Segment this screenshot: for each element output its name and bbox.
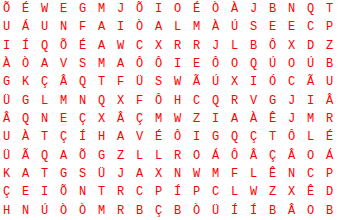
grid-cell-r7c17[interactable]: M bbox=[301, 110, 320, 128]
grid-cell-r1c9[interactable]: I bbox=[149, 0, 168, 18]
grid-cell-r11c6[interactable]: T bbox=[92, 183, 111, 201]
grid-cell-r1c8[interactable]: Õ bbox=[130, 0, 149, 18]
grid-cell-r10c14[interactable]: L bbox=[244, 165, 263, 183]
grid-cell-r5c3[interactable]: Ç bbox=[35, 73, 54, 91]
grid-cell-r2c2[interactable]: Á bbox=[16, 18, 35, 36]
grid-cell-r6c9[interactable]: Ô bbox=[149, 92, 168, 110]
grid-cell-r7c4[interactable]: E bbox=[54, 110, 73, 128]
grid-cell-r7c6[interactable]: X bbox=[92, 110, 111, 128]
grid-cell-r4c3[interactable]: A bbox=[35, 55, 54, 73]
grid-cell-r12c14[interactable]: Í bbox=[244, 202, 263, 220]
grid-cell-r2c7[interactable]: I bbox=[111, 18, 130, 36]
grid-cell-r6c4[interactable]: M bbox=[54, 92, 73, 110]
grid-cell-r11c18[interactable]: D bbox=[320, 183, 339, 201]
grid-cell-r10c7[interactable]: J bbox=[111, 165, 130, 183]
grid-cell-r3c3[interactable]: Q bbox=[35, 37, 54, 55]
grid-cell-r10c12[interactable]: M bbox=[206, 165, 225, 183]
grid-cell-r5c1[interactable]: G bbox=[0, 73, 16, 91]
grid-cell-r4c17[interactable]: Ú bbox=[301, 55, 320, 73]
grid-cell-r5c12[interactable]: Ú bbox=[206, 73, 225, 91]
grid-cell-r4c13[interactable]: O bbox=[225, 55, 244, 73]
grid-cell-r12c10[interactable]: B bbox=[168, 202, 187, 220]
grid-cell-r1c3[interactable]: W bbox=[35, 0, 54, 18]
grid-cell-r3c2[interactable]: Í bbox=[16, 37, 35, 55]
grid-cell-r10c4[interactable]: G bbox=[54, 165, 73, 183]
grid-cell-r1c6[interactable]: M bbox=[92, 0, 111, 18]
grid-cell-r8c7[interactable]: A bbox=[111, 128, 130, 146]
grid-cell-r2c13[interactable]: Ú bbox=[225, 18, 244, 36]
grid-cell-r1c12[interactable]: Ò bbox=[206, 0, 225, 18]
grid-cell-r9c8[interactable]: L bbox=[130, 147, 149, 165]
grid-cell-r3c17[interactable]: D bbox=[301, 37, 320, 55]
grid-cell-r1c5[interactable]: G bbox=[73, 0, 92, 18]
word-search-grid: ÕÉWEGMJÕIOÉÒÀJBNQTUÁUNFAIÒALMÀÚSEECPIÍQÕ… bbox=[0, 0, 339, 220]
grid-cell-r1c1[interactable]: Õ bbox=[0, 0, 16, 18]
grid-cell-r12c12[interactable]: Ü bbox=[206, 202, 225, 220]
grid-cell-r4c4[interactable]: V bbox=[54, 55, 73, 73]
grid-cell-r9c15[interactable]: Ç bbox=[263, 147, 282, 165]
grid-cell-r2c18[interactable]: P bbox=[320, 18, 339, 36]
grid-cell-r3c4[interactable]: Õ bbox=[54, 37, 73, 55]
grid-cell-r5c17[interactable]: Ã bbox=[301, 73, 320, 91]
grid-cell-r5c13[interactable]: X bbox=[225, 73, 244, 91]
grid-cell-r3c5[interactable]: É bbox=[73, 37, 92, 55]
grid-cell-r4c12[interactable]: Ô bbox=[206, 55, 225, 73]
grid-cell-r6c1[interactable]: Ü bbox=[0, 92, 16, 110]
grid-cell-r3c7[interactable]: W bbox=[111, 37, 130, 55]
grid-cell-r8c12[interactable]: G bbox=[206, 128, 225, 146]
grid-cell-r5c6[interactable]: T bbox=[92, 73, 111, 91]
grid-cell-r1c16[interactable]: N bbox=[282, 0, 301, 18]
grid-cell-r11c12[interactable]: C bbox=[206, 183, 225, 201]
grid-cell-r4c11[interactable]: E bbox=[187, 55, 206, 73]
grid-cell-r2c1[interactable]: U bbox=[0, 18, 16, 36]
grid-cell-r7c7[interactable]: Â bbox=[111, 110, 130, 128]
grid-cell-r2c6[interactable]: A bbox=[92, 18, 111, 36]
grid-cell-r7c8[interactable]: Ç bbox=[130, 110, 149, 128]
grid-cell-r7c9[interactable]: M bbox=[149, 110, 168, 128]
grid-cell-r10c15[interactable]: Ê bbox=[263, 165, 282, 183]
grid-cell-r6c3[interactable]: L bbox=[35, 92, 54, 110]
grid-cell-r2c11[interactable]: M bbox=[187, 18, 206, 36]
grid-cell-r9c3[interactable]: Q bbox=[35, 147, 54, 165]
grid-cell-r6c18[interactable]: Â bbox=[320, 92, 339, 110]
grid-cell-r8c3[interactable]: T bbox=[35, 128, 54, 146]
grid-cell-r7c16[interactable]: J bbox=[282, 110, 301, 128]
grid-cell-r2c4[interactable]: N bbox=[54, 18, 73, 36]
grid-cell-r10c3[interactable]: T bbox=[35, 165, 54, 183]
grid-cell-r7c12[interactable]: I bbox=[206, 110, 225, 128]
grid-cell-r12c6[interactable]: M bbox=[92, 202, 111, 220]
grid-cell-r4c2[interactable]: Ò bbox=[16, 55, 35, 73]
grid-cell-r7c18[interactable]: R bbox=[320, 110, 339, 128]
grid-cell-r12c9[interactable]: Ç bbox=[149, 202, 168, 220]
grid-cell-r5c11[interactable]: Ã bbox=[187, 73, 206, 91]
grid-cell-r2c14[interactable]: S bbox=[244, 18, 263, 36]
grid-cell-r3c16[interactable]: X bbox=[282, 37, 301, 55]
grid-cell-r5c10[interactable]: W bbox=[168, 73, 187, 91]
grid-cell-r1c7[interactable]: J bbox=[111, 0, 130, 18]
grid-cell-r12c5[interactable]: Ò bbox=[73, 202, 92, 220]
grid-cell-r7c10[interactable]: W bbox=[168, 110, 187, 128]
grid-cell-r11c13[interactable]: L bbox=[225, 183, 244, 201]
grid-cell-r4c1[interactable]: À bbox=[0, 55, 16, 73]
grid-cell-r8c8[interactable]: V bbox=[130, 128, 149, 146]
grid-cell-r6c2[interactable]: G bbox=[16, 92, 35, 110]
grid-cell-r9c10[interactable]: R bbox=[168, 147, 187, 165]
grid-cell-r4c16[interactable]: O bbox=[282, 55, 301, 73]
grid-cell-r4c18[interactable]: B bbox=[320, 55, 339, 73]
grid-cell-r2c16[interactable]: E bbox=[282, 18, 301, 36]
grid-cell-r5c15[interactable]: Ó bbox=[263, 73, 282, 91]
grid-cell-r1c14[interactable]: J bbox=[244, 0, 263, 18]
grid-cell-r3c1[interactable]: I bbox=[0, 37, 16, 55]
grid-cell-r10c17[interactable]: C bbox=[301, 165, 320, 183]
grid-cell-r4c10[interactable]: I bbox=[168, 55, 187, 73]
grid-cell-r2c12[interactable]: À bbox=[206, 18, 225, 36]
grid-cell-r5c4[interactable]: Â bbox=[54, 73, 73, 91]
grid-cell-r8c13[interactable]: Q bbox=[225, 128, 244, 146]
grid-cell-r4c9[interactable]: Ô bbox=[149, 55, 168, 73]
grid-cell-r11c4[interactable]: Õ bbox=[54, 183, 73, 201]
grid-cell-r11c14[interactable]: W bbox=[244, 183, 263, 201]
grid-cell-r2c9[interactable]: A bbox=[149, 18, 168, 36]
grid-cell-r10c18[interactable]: P bbox=[320, 165, 339, 183]
grid-cell-r12c11[interactable]: Ò bbox=[187, 202, 206, 220]
grid-cell-r11c8[interactable]: C bbox=[130, 183, 149, 201]
grid-cell-r11c2[interactable]: E bbox=[16, 183, 35, 201]
grid-cell-r5c16[interactable]: C bbox=[282, 73, 301, 91]
grid-cell-r5c18[interactable]: U bbox=[320, 73, 339, 91]
grid-cell-r4c14[interactable]: Q bbox=[244, 55, 263, 73]
grid-cell-r11c10[interactable]: Í bbox=[168, 183, 187, 201]
grid-cell-r12c3[interactable]: Ú bbox=[35, 202, 54, 220]
grid-cell-r3c14[interactable]: B bbox=[244, 37, 263, 55]
grid-cell-r1c4[interactable]: E bbox=[54, 0, 73, 18]
grid-cell-r6c17[interactable]: I bbox=[301, 92, 320, 110]
grid-cell-r2c17[interactable]: C bbox=[301, 18, 320, 36]
grid-cell-r11c5[interactable]: N bbox=[73, 183, 92, 201]
grid-cell-r8c18[interactable]: É bbox=[320, 128, 339, 146]
grid-cell-r11c16[interactable]: X bbox=[282, 183, 301, 201]
grid-cell-r10c8[interactable]: A bbox=[130, 165, 149, 183]
grid-cell-r8c6[interactable]: H bbox=[92, 128, 111, 146]
grid-cell-r8c17[interactable]: L bbox=[301, 128, 320, 146]
grid-cell-r6c10[interactable]: H bbox=[168, 92, 187, 110]
grid-cell-r11c1[interactable]: Ç bbox=[0, 183, 16, 201]
grid-cell-r2c3[interactable]: U bbox=[35, 18, 54, 36]
grid-cell-r12c7[interactable]: R bbox=[111, 202, 130, 220]
grid-cell-r1c10[interactable]: O bbox=[168, 0, 187, 18]
grid-cell-r10c6[interactable]: Ü bbox=[92, 165, 111, 183]
grid-cell-r7c3[interactable]: N bbox=[35, 110, 54, 128]
grid-cell-r9c12[interactable]: Á bbox=[206, 147, 225, 165]
grid-cell-r5c8[interactable]: Ü bbox=[130, 73, 149, 91]
grid-cell-r9c14[interactable]: Â bbox=[244, 147, 263, 165]
grid-cell-r1c13[interactable]: À bbox=[225, 0, 244, 18]
grid-cell-r7c2[interactable]: Q bbox=[16, 110, 35, 128]
grid-cell-r9c6[interactable]: G bbox=[92, 147, 111, 165]
grid-cell-r12c4[interactable]: Ò bbox=[54, 202, 73, 220]
grid-cell-r3c11[interactable]: R bbox=[187, 37, 206, 55]
grid-cell-r10c10[interactable]: N bbox=[168, 165, 187, 183]
grid-cell-r10c1[interactable]: K bbox=[0, 165, 16, 183]
grid-cell-r12c13[interactable]: Í bbox=[225, 202, 244, 220]
grid-cell-r3c15[interactable]: Ô bbox=[263, 37, 282, 55]
grid-cell-r8c16[interactable]: Ô bbox=[282, 128, 301, 146]
grid-cell-r3c6[interactable]: A bbox=[92, 37, 111, 55]
grid-cell-r4c5[interactable]: S bbox=[73, 55, 92, 73]
grid-cell-r8c15[interactable]: T bbox=[263, 128, 282, 146]
grid-cell-r6c11[interactable]: C bbox=[187, 92, 206, 110]
grid-cell-r6c5[interactable]: N bbox=[73, 92, 92, 110]
grid-cell-r6c8[interactable]: F bbox=[130, 92, 149, 110]
grid-cell-r9c9[interactable]: L bbox=[149, 147, 168, 165]
grid-cell-r3c8[interactable]: C bbox=[130, 37, 149, 55]
grid-cell-r2c5[interactable]: F bbox=[73, 18, 92, 36]
grid-cell-r11c3[interactable]: I bbox=[35, 183, 54, 201]
grid-cell-r5c5[interactable]: Q bbox=[73, 73, 92, 91]
grid-cell-r8c9[interactable]: É bbox=[149, 128, 168, 146]
grid-cell-r12c15[interactable]: B bbox=[263, 202, 282, 220]
grid-cell-r7c1[interactable]: Â bbox=[0, 110, 16, 128]
grid-cell-r3c18[interactable]: Z bbox=[320, 37, 339, 55]
grid-cell-r10c5[interactable]: S bbox=[73, 165, 92, 183]
grid-cell-r12c18[interactable]: B bbox=[320, 202, 339, 220]
grid-cell-r4c6[interactable]: M bbox=[92, 55, 111, 73]
grid-cell-r3c9[interactable]: X bbox=[149, 37, 168, 55]
grid-cell-r4c8[interactable]: Ô bbox=[130, 55, 149, 73]
grid-cell-r9c2[interactable]: Ã bbox=[16, 147, 35, 165]
grid-cell-r9c17[interactable]: O bbox=[301, 147, 320, 165]
grid-cell-r10c16[interactable]: N bbox=[282, 165, 301, 183]
grid-cell-r7c5[interactable]: Ç bbox=[73, 110, 92, 128]
grid-cell-r11c11[interactable]: P bbox=[187, 183, 206, 201]
grid-cell-r12c1[interactable]: H bbox=[0, 202, 16, 220]
grid-cell-r11c15[interactable]: Z bbox=[263, 183, 282, 201]
grid-cell-r9c1[interactable]: Ü bbox=[0, 147, 16, 165]
grid-cell-r11c7[interactable]: R bbox=[111, 183, 130, 201]
grid-cell-r8c14[interactable]: Ç bbox=[244, 128, 263, 146]
grid-cell-r4c7[interactable]: A bbox=[111, 55, 130, 73]
grid-cell-r12c16[interactable]: Â bbox=[282, 202, 301, 220]
grid-cell-r6c15[interactable]: G bbox=[263, 92, 282, 110]
grid-cell-r9c5[interactable]: Õ bbox=[73, 147, 92, 165]
grid-cell-r8c4[interactable]: Ç bbox=[54, 128, 73, 146]
grid-cell-r8c11[interactable]: I bbox=[187, 128, 206, 146]
grid-cell-r7c15[interactable]: Ê bbox=[263, 110, 282, 128]
grid-cell-r6c7[interactable]: X bbox=[111, 92, 130, 110]
grid-cell-r9c4[interactable]: A bbox=[54, 147, 73, 165]
grid-cell-r6c13[interactable]: R bbox=[225, 92, 244, 110]
grid-cell-r7c11[interactable]: Z bbox=[187, 110, 206, 128]
grid-cell-r1c17[interactable]: Q bbox=[301, 0, 320, 18]
grid-cell-r10c13[interactable]: F bbox=[225, 165, 244, 183]
grid-cell-r2c15[interactable]: E bbox=[263, 18, 282, 36]
grid-cell-r10c2[interactable]: A bbox=[16, 165, 35, 183]
grid-cell-r6c16[interactable]: J bbox=[282, 92, 301, 110]
grid-cell-r7c14[interactable]: À bbox=[244, 110, 263, 128]
grid-cell-r5c9[interactable]: S bbox=[149, 73, 168, 91]
grid-cell-r9c18[interactable]: Á bbox=[320, 147, 339, 165]
grid-cell-r4c15[interactable]: Ú bbox=[263, 55, 282, 73]
grid-cell-r9c7[interactable]: Z bbox=[111, 147, 130, 165]
grid-cell-r8c1[interactable]: U bbox=[0, 128, 16, 146]
grid-cell-r8c2[interactable]: À bbox=[16, 128, 35, 146]
grid-cell-r8c10[interactable]: Ô bbox=[168, 128, 187, 146]
grid-cell-r12c2[interactable]: N bbox=[16, 202, 35, 220]
grid-cell-r11c9[interactable]: P bbox=[149, 183, 168, 201]
grid-cell-r1c18[interactable]: T bbox=[320, 0, 339, 18]
grid-cell-r9c11[interactable]: O bbox=[187, 147, 206, 165]
grid-cell-r3c10[interactable]: R bbox=[168, 37, 187, 55]
grid-cell-r3c13[interactable]: L bbox=[225, 37, 244, 55]
grid-cell-r5c7[interactable]: F bbox=[111, 73, 130, 91]
grid-cell-r2c10[interactable]: L bbox=[168, 18, 187, 36]
grid-cell-r6c12[interactable]: Q bbox=[206, 92, 225, 110]
grid-cell-r5c14[interactable]: I bbox=[244, 73, 263, 91]
grid-cell-r10c9[interactable]: X bbox=[149, 165, 168, 183]
grid-cell-r3c12[interactable]: J bbox=[206, 37, 225, 55]
grid-cell-r8c5[interactable]: Í bbox=[73, 128, 92, 146]
grid-cell-r5c2[interactable]: K bbox=[16, 73, 35, 91]
grid-cell-r12c8[interactable]: B bbox=[130, 202, 149, 220]
grid-cell-r7c13[interactable]: A bbox=[225, 110, 244, 128]
grid-cell-r6c6[interactable]: Q bbox=[92, 92, 111, 110]
grid-cell-r6c14[interactable]: V bbox=[244, 92, 263, 110]
grid-cell-r11c17[interactable]: Ê bbox=[301, 183, 320, 201]
grid-cell-r2c8[interactable]: Ò bbox=[130, 18, 149, 36]
grid-cell-r10c11[interactable]: W bbox=[187, 165, 206, 183]
grid-cell-r1c11[interactable]: É bbox=[187, 0, 206, 18]
grid-cell-r1c15[interactable]: B bbox=[263, 0, 282, 18]
grid-cell-r9c13[interactable]: Ô bbox=[225, 147, 244, 165]
grid-cell-r9c16[interactable]: Â bbox=[282, 147, 301, 165]
grid-cell-r1c2[interactable]: É bbox=[16, 0, 35, 18]
grid-cell-r12c17[interactable]: O bbox=[301, 202, 320, 220]
